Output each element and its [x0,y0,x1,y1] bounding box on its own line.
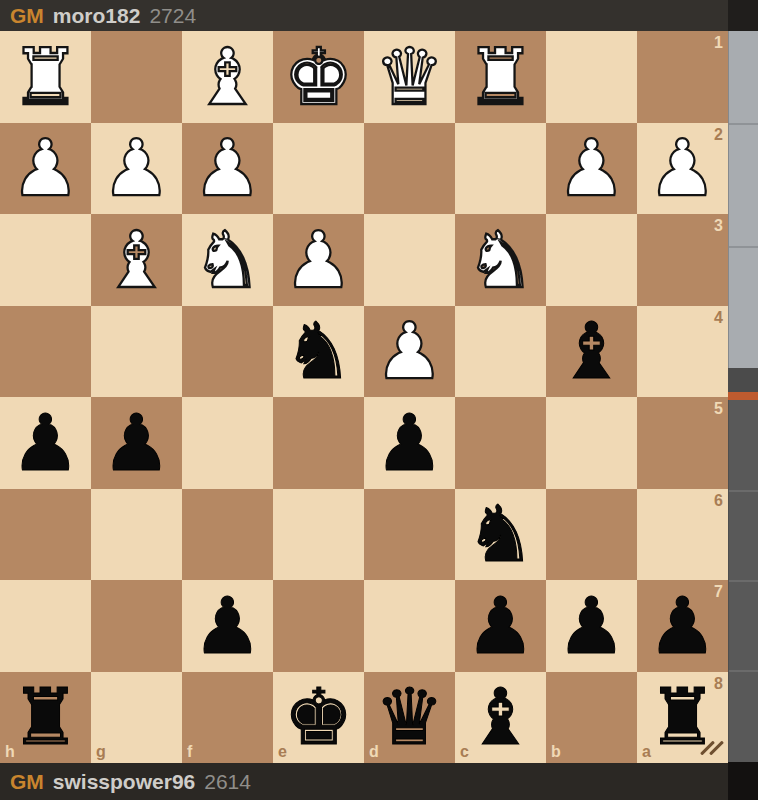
square-f2[interactable]: ♟ [182,123,273,215]
coord-rank-4: 4 [714,310,723,326]
square-b1[interactable] [546,31,637,123]
square-a6[interactable]: 6 [637,489,728,581]
side-scroll-strip [728,0,758,800]
coord-rank-6: 6 [714,493,723,509]
square-h8[interactable]: ♜h [0,672,91,764]
square-e3[interactable]: ♟ [273,214,364,306]
bottom-player-name[interactable]: swisspower96 [53,770,195,794]
piece-black-pawn[interactable]: ♟ [557,587,627,665]
square-c3[interactable]: ♞ [455,214,546,306]
square-h4[interactable] [0,306,91,398]
scrollbar-tick [729,123,758,125]
square-e8[interactable]: ♚e [273,672,364,764]
piece-black-pawn[interactable]: ♟ [648,587,718,665]
bottom-player-bar: GM swisspower96 2614 [0,763,728,800]
scrollbar-thumb[interactable] [728,31,758,368]
square-d8[interactable]: ♛d [364,672,455,764]
coord-rank-2: 2 [714,127,723,143]
piece-white-king[interactable]: ♚ [284,38,354,116]
square-g5[interactable]: ♟ [91,397,182,489]
coord-rank-1: 1 [714,35,723,51]
square-g4[interactable] [91,306,182,398]
scrollbar-tick [729,580,758,582]
piece-white-pawn[interactable]: ♟ [102,129,172,207]
coord-file-f: f [187,744,192,760]
square-d6[interactable] [364,489,455,581]
chess-board[interactable]: ♜♝♚♛♜1♟♟♟♟♟2♝♞♟♞3♞♟♝4♟♟♟5♞6♟♟♟♟7♜hgf♚e♛d… [0,31,728,763]
square-f3[interactable]: ♞ [182,214,273,306]
piece-white-pawn[interactable]: ♟ [557,129,627,207]
square-c4[interactable] [455,306,546,398]
piece-white-knight[interactable]: ♞ [466,221,536,299]
coord-rank-8: 8 [714,676,723,692]
square-d1[interactable]: ♛ [364,31,455,123]
square-e4[interactable]: ♞ [273,306,364,398]
square-c8[interactable]: ♝c [455,672,546,764]
piece-white-knight[interactable]: ♞ [193,221,263,299]
coord-file-e: e [278,744,287,760]
square-a3[interactable]: 3 [637,214,728,306]
piece-black-bishop[interactable]: ♝ [466,678,536,756]
scroll-strip-lower [728,400,758,762]
square-c2[interactable] [455,123,546,215]
coord-file-g: g [96,744,106,760]
square-c6[interactable]: ♞ [455,489,546,581]
square-a5[interactable]: 5 [637,397,728,489]
coord-rank-5: 5 [714,401,723,417]
piece-white-pawn[interactable]: ♟ [648,129,718,207]
square-g1[interactable] [91,31,182,123]
scroll-strip-accent-mark [728,392,758,400]
square-b6[interactable] [546,489,637,581]
piece-black-pawn[interactable]: ♟ [11,404,81,482]
square-h2[interactable]: ♟ [0,123,91,215]
square-a1[interactable]: 1 [637,31,728,123]
square-c1[interactable]: ♜ [455,31,546,123]
piece-black-bishop[interactable]: ♝ [557,312,627,390]
piece-black-pawn[interactable]: ♟ [375,404,445,482]
board-resize-handle[interactable] [701,736,725,760]
coord-file-b: b [551,744,561,760]
piece-white-pawn[interactable]: ♟ [193,129,263,207]
scroll-strip-mid [728,368,758,392]
piece-white-bishop[interactable]: ♝ [193,38,263,116]
square-f4[interactable] [182,306,273,398]
top-player-title-badge: GM [10,4,44,28]
piece-white-pawn[interactable]: ♟ [375,312,445,390]
coord-file-a: a [642,744,651,760]
coord-file-d: d [369,744,379,760]
scrollbar-tick [729,670,758,672]
piece-white-rook[interactable]: ♜ [466,38,536,116]
square-g7[interactable] [91,580,182,672]
game-screen: GM moro182 2724 ♜♝♚♛♜1♟♟♟♟♟2♝♞♟♞3♞♟♝4♟♟♟… [0,0,758,800]
square-h7[interactable] [0,580,91,672]
square-b5[interactable] [546,397,637,489]
piece-white-pawn[interactable]: ♟ [11,129,81,207]
square-a4[interactable]: 4 [637,306,728,398]
square-d7[interactable] [364,580,455,672]
piece-black-pawn[interactable]: ♟ [466,587,536,665]
square-b7[interactable]: ♟ [546,580,637,672]
square-f1[interactable]: ♝ [182,31,273,123]
piece-black-king[interactable]: ♚ [284,678,354,756]
square-f8[interactable]: f [182,672,273,764]
square-e6[interactable] [273,489,364,581]
square-h5[interactable]: ♟ [0,397,91,489]
scrollbar-tick [729,490,758,492]
square-h1[interactable]: ♜ [0,31,91,123]
square-h3[interactable] [0,214,91,306]
square-g2[interactable]: ♟ [91,123,182,215]
square-b2[interactable]: ♟ [546,123,637,215]
square-b4[interactable]: ♝ [546,306,637,398]
piece-black-rook[interactable]: ♜ [11,678,81,756]
square-d4[interactable]: ♟ [364,306,455,398]
piece-black-knight[interactable]: ♞ [284,312,354,390]
piece-black-knight[interactable]: ♞ [466,495,536,573]
top-player-rating: 2724 [149,4,196,28]
square-e2[interactable] [273,123,364,215]
scrollbar-tick [729,246,758,248]
square-c5[interactable] [455,397,546,489]
piece-white-rook[interactable]: ♜ [11,38,81,116]
piece-white-pawn[interactable]: ♟ [284,221,354,299]
piece-white-bishop[interactable]: ♝ [102,221,172,299]
square-b8[interactable]: b [546,672,637,764]
coord-rank-7: 7 [714,584,723,600]
square-g3[interactable]: ♝ [91,214,182,306]
square-d5[interactable]: ♟ [364,397,455,489]
coord-file-h: h [5,744,15,760]
bottom-player-rating: 2614 [204,770,251,794]
square-f7[interactable]: ♟ [182,580,273,672]
square-c7[interactable]: ♟ [455,580,546,672]
coord-rank-3: 3 [714,218,723,234]
piece-white-queen[interactable]: ♛ [375,38,445,116]
square-f6[interactable] [182,489,273,581]
bottom-player-title-badge: GM [10,770,44,794]
piece-black-queen[interactable]: ♛ [375,678,445,756]
square-f5[interactable] [182,397,273,489]
piece-black-pawn[interactable]: ♟ [102,404,172,482]
piece-black-pawn[interactable]: ♟ [193,587,263,665]
square-e5[interactable] [273,397,364,489]
square-g6[interactable] [91,489,182,581]
square-g8[interactable]: g [91,672,182,764]
square-d2[interactable] [364,123,455,215]
square-b3[interactable] [546,214,637,306]
scroll-strip-top [728,0,758,31]
square-a7[interactable]: ♟7 [637,580,728,672]
top-player-name[interactable]: moro182 [53,4,141,28]
scroll-strip-bottom [728,762,758,800]
square-h6[interactable] [0,489,91,581]
square-d3[interactable] [364,214,455,306]
square-a2[interactable]: ♟2 [637,123,728,215]
coord-file-c: c [460,744,469,760]
square-e1[interactable]: ♚ [273,31,364,123]
top-player-bar: GM moro182 2724 [0,0,728,31]
square-e7[interactable] [273,580,364,672]
